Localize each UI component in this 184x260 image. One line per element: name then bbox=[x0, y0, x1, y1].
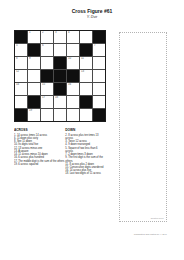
grid-cell-r6c2 bbox=[28, 96, 40, 108]
scratch-note-wrap: scratch area bbox=[148, 217, 164, 220]
grid-cell-r7c6[interactable] bbox=[80, 109, 92, 121]
grid-cell-r6c4[interactable]: 18 bbox=[54, 96, 66, 108]
cell-number: 3 bbox=[55, 31, 57, 34]
footer: Translated and edited by Y. Dvir bbox=[107, 233, 167, 237]
grid-cell-r4c1[interactable]: 12 bbox=[15, 70, 27, 82]
grid-cell-r2c7[interactable]: 7 bbox=[93, 44, 105, 56]
grid-cell-r3c3[interactable] bbox=[41, 57, 53, 69]
cell-number: 8 bbox=[16, 57, 18, 60]
cell-number: 6 bbox=[42, 44, 44, 47]
grid-cell-r5c4 bbox=[54, 83, 66, 95]
grid-cell-r1c1 bbox=[15, 31, 27, 43]
cell-number: 5 bbox=[16, 44, 18, 47]
grid-cell-r3c6[interactable]: 11 bbox=[80, 57, 92, 69]
footer-credit: Translated and edited by Y. Dvir bbox=[134, 233, 167, 236]
clue-item: 19. 6 across squared bbox=[14, 162, 65, 165]
grid-cell-r4c2[interactable] bbox=[28, 70, 40, 82]
grid-cell-r3c4 bbox=[54, 57, 66, 69]
grid-cell-r3c5[interactable]: 10 bbox=[67, 57, 79, 69]
grid-cell-r5c2[interactable] bbox=[28, 83, 40, 95]
grid-cell-r3c2[interactable]: 9 bbox=[28, 57, 40, 69]
grid-cell-r5c3[interactable]: 15 bbox=[41, 83, 53, 95]
grid-cell-r3c7[interactable] bbox=[93, 57, 105, 69]
cell-number: 16 bbox=[68, 83, 71, 86]
grid-cell-r4c5 bbox=[67, 70, 79, 82]
cell-number: 1 bbox=[29, 31, 31, 34]
cell-number: 15 bbox=[42, 83, 45, 86]
across-section: ACROSS 1. 14 across times 14 across6. 11… bbox=[14, 128, 65, 166]
cell-number: 12 bbox=[16, 70, 19, 73]
grid-cell-r7c1 bbox=[15, 109, 27, 121]
grid-cell-r1c2[interactable]: 1 bbox=[28, 31, 40, 43]
down-section: DOWN 2. 8 across plus ten times 13 acros… bbox=[65, 128, 105, 175]
grid-cell-r4c3 bbox=[41, 70, 53, 82]
cell-number: 17 bbox=[42, 96, 45, 99]
cell-number: 18 bbox=[55, 96, 58, 99]
grid-cell-r7c3[interactable] bbox=[41, 109, 53, 121]
grid-cell-r1c3[interactable]: 2 bbox=[41, 31, 53, 43]
grid-cell-r2c1[interactable]: 5 bbox=[15, 44, 27, 56]
grid-cell-r2c4[interactable] bbox=[54, 44, 66, 56]
cell-number: 9 bbox=[29, 57, 31, 60]
cell-number: 10 bbox=[68, 57, 71, 60]
grid-cell-r4c6[interactable]: 13 bbox=[80, 70, 92, 82]
grid-cell-r4c7[interactable] bbox=[93, 70, 105, 82]
scratch-note: scratch area bbox=[151, 217, 164, 220]
grid-cell-r6c7[interactable] bbox=[93, 96, 105, 108]
clues-section: ACROSS 1. 14 across times 14 across6. 11… bbox=[14, 128, 124, 188]
down-header: DOWN bbox=[65, 128, 105, 132]
grid-cell-r7c4[interactable] bbox=[54, 109, 66, 121]
grid-cell-r6c1[interactable] bbox=[15, 96, 27, 108]
down-list: 2. 8 across plus ten times 13 across3. T… bbox=[65, 133, 105, 175]
grid-cell-r6c3[interactable]: 17 bbox=[41, 96, 53, 108]
cell-number: 7 bbox=[94, 44, 96, 47]
grid-cell-r2c5[interactable] bbox=[67, 44, 79, 56]
across-list: 1. 14 across times 14 across6. 11 down p… bbox=[14, 133, 65, 165]
cell-number: 13 bbox=[81, 70, 84, 73]
byline: Y. Dvir bbox=[0, 14, 184, 18]
grid-cell-r6c5[interactable] bbox=[67, 96, 79, 108]
grid-cell-r1c5[interactable]: 4 bbox=[67, 31, 79, 43]
grid-cell-r6c6 bbox=[80, 96, 92, 108]
cell-number: 11 bbox=[81, 57, 84, 60]
grid-cell-r3c1[interactable]: 8 bbox=[15, 57, 27, 69]
cell-number: 14 bbox=[16, 83, 19, 86]
title-block: Cross Figure #61 Y. Dvir bbox=[0, 9, 184, 27]
grid-cell-r2c3[interactable]: 6 bbox=[41, 44, 53, 56]
grid-cell-r7c2[interactable]: 19 bbox=[28, 109, 40, 121]
crossfigure-grid: 12345678910111213141516171819 bbox=[14, 30, 106, 122]
grid-cell-r5c1[interactable]: 14 bbox=[15, 83, 27, 95]
grid-cell-r1c4[interactable]: 3 bbox=[54, 31, 66, 43]
cell-number: 4 bbox=[68, 31, 70, 34]
cell-number: 2 bbox=[42, 31, 44, 34]
cell-number: 19 bbox=[29, 109, 32, 112]
grid-cell-r5c5[interactable]: 16 bbox=[67, 83, 79, 95]
puzzle-page: Cross Figure #61 Y. Dvir 123456789101112… bbox=[0, 0, 184, 260]
grid-cell-r7c5[interactable] bbox=[67, 109, 79, 121]
grid-cell-r5c6[interactable] bbox=[80, 83, 92, 95]
grid-cell-r1c7 bbox=[93, 31, 105, 43]
grid-cell-r4c4 bbox=[54, 70, 66, 82]
grid-cell-r5c7[interactable] bbox=[93, 83, 105, 95]
grid-cell-r1c6[interactable] bbox=[80, 31, 92, 43]
grid-cell-r2c6 bbox=[80, 44, 92, 56]
scratch-box: scratch area bbox=[119, 32, 167, 222]
across-header: ACROSS bbox=[14, 128, 65, 132]
grid-cell-r2c2 bbox=[28, 44, 40, 56]
grid-cell-r7c7 bbox=[93, 109, 105, 121]
clue-item: 18. Last two digits of 11 across bbox=[65, 172, 105, 175]
